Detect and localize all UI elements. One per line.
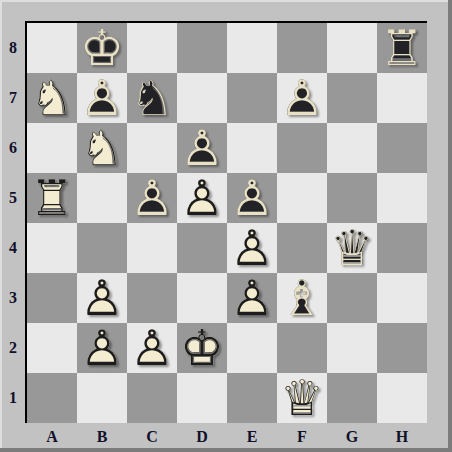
square-a5[interactable]: ♜♖ — [27, 173, 77, 223]
square-b3[interactable]: ♟♙ — [77, 273, 127, 323]
piece-glyph-outline: ♔ — [77, 23, 127, 73]
square-g4[interactable]: ♛♕ — [327, 223, 377, 273]
piece-white-pawn-e3[interactable]: ♟♙ — [227, 273, 277, 323]
piece-glyph-outline: ♙ — [227, 223, 277, 273]
piece-glyph-outline: ♙ — [77, 73, 127, 123]
square-c3[interactable] — [127, 273, 177, 323]
square-d4[interactable] — [177, 223, 227, 273]
square-g6[interactable] — [327, 123, 377, 173]
piece-glyph-outline: ♙ — [127, 323, 177, 373]
piece-black-pawn-d6[interactable]: ♟♙ — [177, 123, 227, 173]
chess-board: ♚♔♜♖♞♘♟♙♞♘♟♙♞♘♟♙♜♖♟♙♟♙♟♙♟♙♛♕♟♙♟♙♝♗♟♙♟♙♚♔… — [25, 21, 427, 423]
piece-glyph-outline: ♙ — [177, 173, 227, 223]
piece-glyph-outline: ♙ — [227, 273, 277, 323]
piece-glyph-outline: ♘ — [27, 73, 77, 123]
square-e4[interactable]: ♟♙ — [227, 223, 277, 273]
square-c8[interactable] — [127, 23, 177, 73]
square-c1[interactable] — [127, 373, 177, 423]
square-a6[interactable] — [27, 123, 77, 173]
square-d5[interactable]: ♟♙ — [177, 173, 227, 223]
square-b6[interactable]: ♞♘ — [77, 123, 127, 173]
piece-black-bishop-f3[interactable]: ♝♗ — [277, 273, 327, 323]
frame-bevel-right — [448, 0, 452, 452]
piece-glyph-outline: ♙ — [227, 173, 277, 223]
piece-white-king-d2[interactable]: ♚♔ — [177, 323, 227, 373]
piece-white-rook-a5[interactable]: ♜♖ — [27, 173, 77, 223]
piece-white-pawn-d5[interactable]: ♟♙ — [177, 173, 227, 223]
piece-glyph-outline: ♘ — [127, 73, 177, 123]
square-a2[interactable] — [27, 323, 77, 373]
file-label-b: B — [77, 424, 127, 449]
piece-white-knight-a7[interactable]: ♞♘ — [27, 73, 77, 123]
square-f6[interactable] — [277, 123, 327, 173]
square-g3[interactable] — [327, 273, 377, 323]
piece-glyph-outline: ♖ — [377, 23, 427, 73]
piece-glyph-outline: ♙ — [77, 323, 127, 373]
square-a8[interactable] — [27, 23, 77, 73]
square-e7[interactable] — [227, 73, 277, 123]
file-label-g: G — [327, 424, 377, 449]
square-a7[interactable]: ♞♘ — [27, 73, 77, 123]
rank-label-5: 5 — [0, 173, 26, 223]
piece-black-queen-g4[interactable]: ♛♕ — [327, 223, 377, 273]
chessboard-frame: 87654321 ABCDEFGH ♚♔♜♖♞♘♟♙♞♘♟♙♞♘♟♙♜♖♟♙♟♙… — [0, 0, 452, 452]
rank-label-1: 1 — [0, 373, 26, 423]
rank-label-7: 7 — [0, 73, 26, 123]
piece-black-king-b8[interactable]: ♚♔ — [77, 23, 127, 73]
piece-glyph-outline: ♕ — [327, 223, 377, 273]
square-f5[interactable] — [277, 173, 327, 223]
square-g8[interactable] — [327, 23, 377, 73]
square-b7[interactable]: ♟♙ — [77, 73, 127, 123]
square-e6[interactable] — [227, 123, 277, 173]
square-f4[interactable] — [277, 223, 327, 273]
piece-black-pawn-c5[interactable]: ♟♙ — [127, 173, 177, 223]
square-c5[interactable]: ♟♙ — [127, 173, 177, 223]
square-d7[interactable] — [177, 73, 227, 123]
square-d2[interactable]: ♚♔ — [177, 323, 227, 373]
piece-black-rook-h8[interactable]: ♜♖ — [377, 23, 427, 73]
square-d3[interactable] — [177, 273, 227, 323]
square-h8[interactable]: ♜♖ — [377, 23, 427, 73]
square-b8[interactable]: ♚♔ — [77, 23, 127, 73]
square-e3[interactable]: ♟♙ — [227, 273, 277, 323]
square-h5[interactable] — [377, 173, 427, 223]
square-f2[interactable] — [277, 323, 327, 373]
piece-glyph-outline: ♖ — [27, 173, 77, 223]
square-b1[interactable] — [77, 373, 127, 423]
square-b4[interactable] — [77, 223, 127, 273]
square-d6[interactable]: ♟♙ — [177, 123, 227, 173]
piece-white-queen-f1[interactable]: ♛♕ — [277, 373, 327, 423]
square-f3[interactable]: ♝♗ — [277, 273, 327, 323]
piece-glyph-outline: ♙ — [177, 123, 227, 173]
square-h6[interactable] — [377, 123, 427, 173]
piece-black-pawn-b7[interactable]: ♟♙ — [77, 73, 127, 123]
square-c6[interactable] — [127, 123, 177, 173]
file-label-e: E — [227, 424, 277, 449]
square-h7[interactable] — [377, 73, 427, 123]
square-h3[interactable] — [377, 273, 427, 323]
piece-white-pawn-b2[interactable]: ♟♙ — [77, 323, 127, 373]
rank-label-4: 4 — [0, 223, 26, 273]
square-a4[interactable] — [27, 223, 77, 273]
square-h4[interactable] — [377, 223, 427, 273]
file-label-d: D — [177, 424, 227, 449]
file-label-f: F — [277, 424, 327, 449]
piece-glyph-outline: ♘ — [77, 123, 127, 173]
square-e5[interactable]: ♟♙ — [227, 173, 277, 223]
square-g5[interactable] — [327, 173, 377, 223]
square-b2[interactable]: ♟♙ — [77, 323, 127, 373]
square-f8[interactable] — [277, 23, 327, 73]
square-h1[interactable] — [377, 373, 427, 423]
piece-glyph-outline: ♙ — [127, 173, 177, 223]
piece-white-pawn-e4[interactable]: ♟♙ — [227, 223, 277, 273]
square-g7[interactable] — [327, 73, 377, 123]
square-g1[interactable] — [327, 373, 377, 423]
square-d8[interactable] — [177, 23, 227, 73]
piece-glyph-outline: ♙ — [277, 73, 327, 123]
square-f1[interactable]: ♛♕ — [277, 373, 327, 423]
piece-black-pawn-f7[interactable]: ♟♙ — [277, 73, 327, 123]
square-g2[interactable] — [327, 323, 377, 373]
frame-bevel-top — [0, 0, 452, 2]
square-e1[interactable] — [227, 373, 277, 423]
square-d1[interactable] — [177, 373, 227, 423]
file-label-a: A — [27, 424, 77, 449]
rank-label-8: 8 — [0, 23, 26, 73]
rank-label-2: 2 — [0, 323, 26, 373]
square-c2[interactable]: ♟♙ — [127, 323, 177, 373]
piece-white-pawn-b3[interactable]: ♟♙ — [77, 273, 127, 323]
square-a1[interactable] — [27, 373, 77, 423]
square-c7[interactable]: ♞♘ — [127, 73, 177, 123]
file-label-h: H — [377, 424, 427, 449]
file-label-c: C — [127, 424, 177, 449]
square-e8[interactable] — [227, 23, 277, 73]
piece-black-pawn-e5[interactable]: ♟♙ — [227, 173, 277, 223]
piece-glyph-outline: ♗ — [277, 273, 327, 323]
piece-white-pawn-c2[interactable]: ♟♙ — [127, 323, 177, 373]
piece-white-knight-b6[interactable]: ♞♘ — [77, 123, 127, 173]
square-a3[interactable] — [27, 273, 77, 323]
piece-glyph-outline: ♕ — [277, 373, 327, 423]
square-f7[interactable]: ♟♙ — [277, 73, 327, 123]
rank-label-3: 3 — [0, 273, 26, 323]
square-c4[interactable] — [127, 223, 177, 273]
piece-black-knight-c7[interactable]: ♞♘ — [127, 73, 177, 123]
piece-glyph-outline: ♙ — [77, 273, 127, 323]
square-e2[interactable] — [227, 323, 277, 373]
square-b5[interactable] — [77, 173, 127, 223]
rank-label-6: 6 — [0, 123, 26, 173]
square-h2[interactable] — [377, 323, 427, 373]
piece-glyph-outline: ♔ — [177, 323, 227, 373]
